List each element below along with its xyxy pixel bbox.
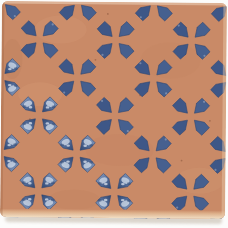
gloss-speck (165, 92, 167, 94)
gloss-speck (214, 169, 216, 171)
gloss-speck (63, 91, 65, 93)
kiln-spot (95, 59, 97, 61)
gloss-speck (139, 62, 141, 64)
gloss-speck (203, 101, 205, 103)
gloss-speck (14, 15, 16, 17)
tile-face (0, 0, 228, 228)
kiln-spot (181, 160, 183, 162)
gloss-speck (178, 24, 180, 26)
gloss-speck (203, 55, 205, 57)
gloss-speck (101, 54, 103, 56)
tile-root (0, 0, 228, 228)
gloss-speck (127, 130, 129, 132)
gloss-speck (52, 23, 54, 25)
ceramic-tile-photo (0, 0, 228, 228)
gloss-speck (101, 100, 103, 102)
gloss-speck (165, 138, 167, 140)
photo-canvas (0, 0, 228, 228)
kiln-spot (107, 13, 109, 15)
gloss-speck (140, 16, 142, 18)
kiln-spot (209, 120, 211, 122)
gloss-speck (176, 206, 178, 208)
